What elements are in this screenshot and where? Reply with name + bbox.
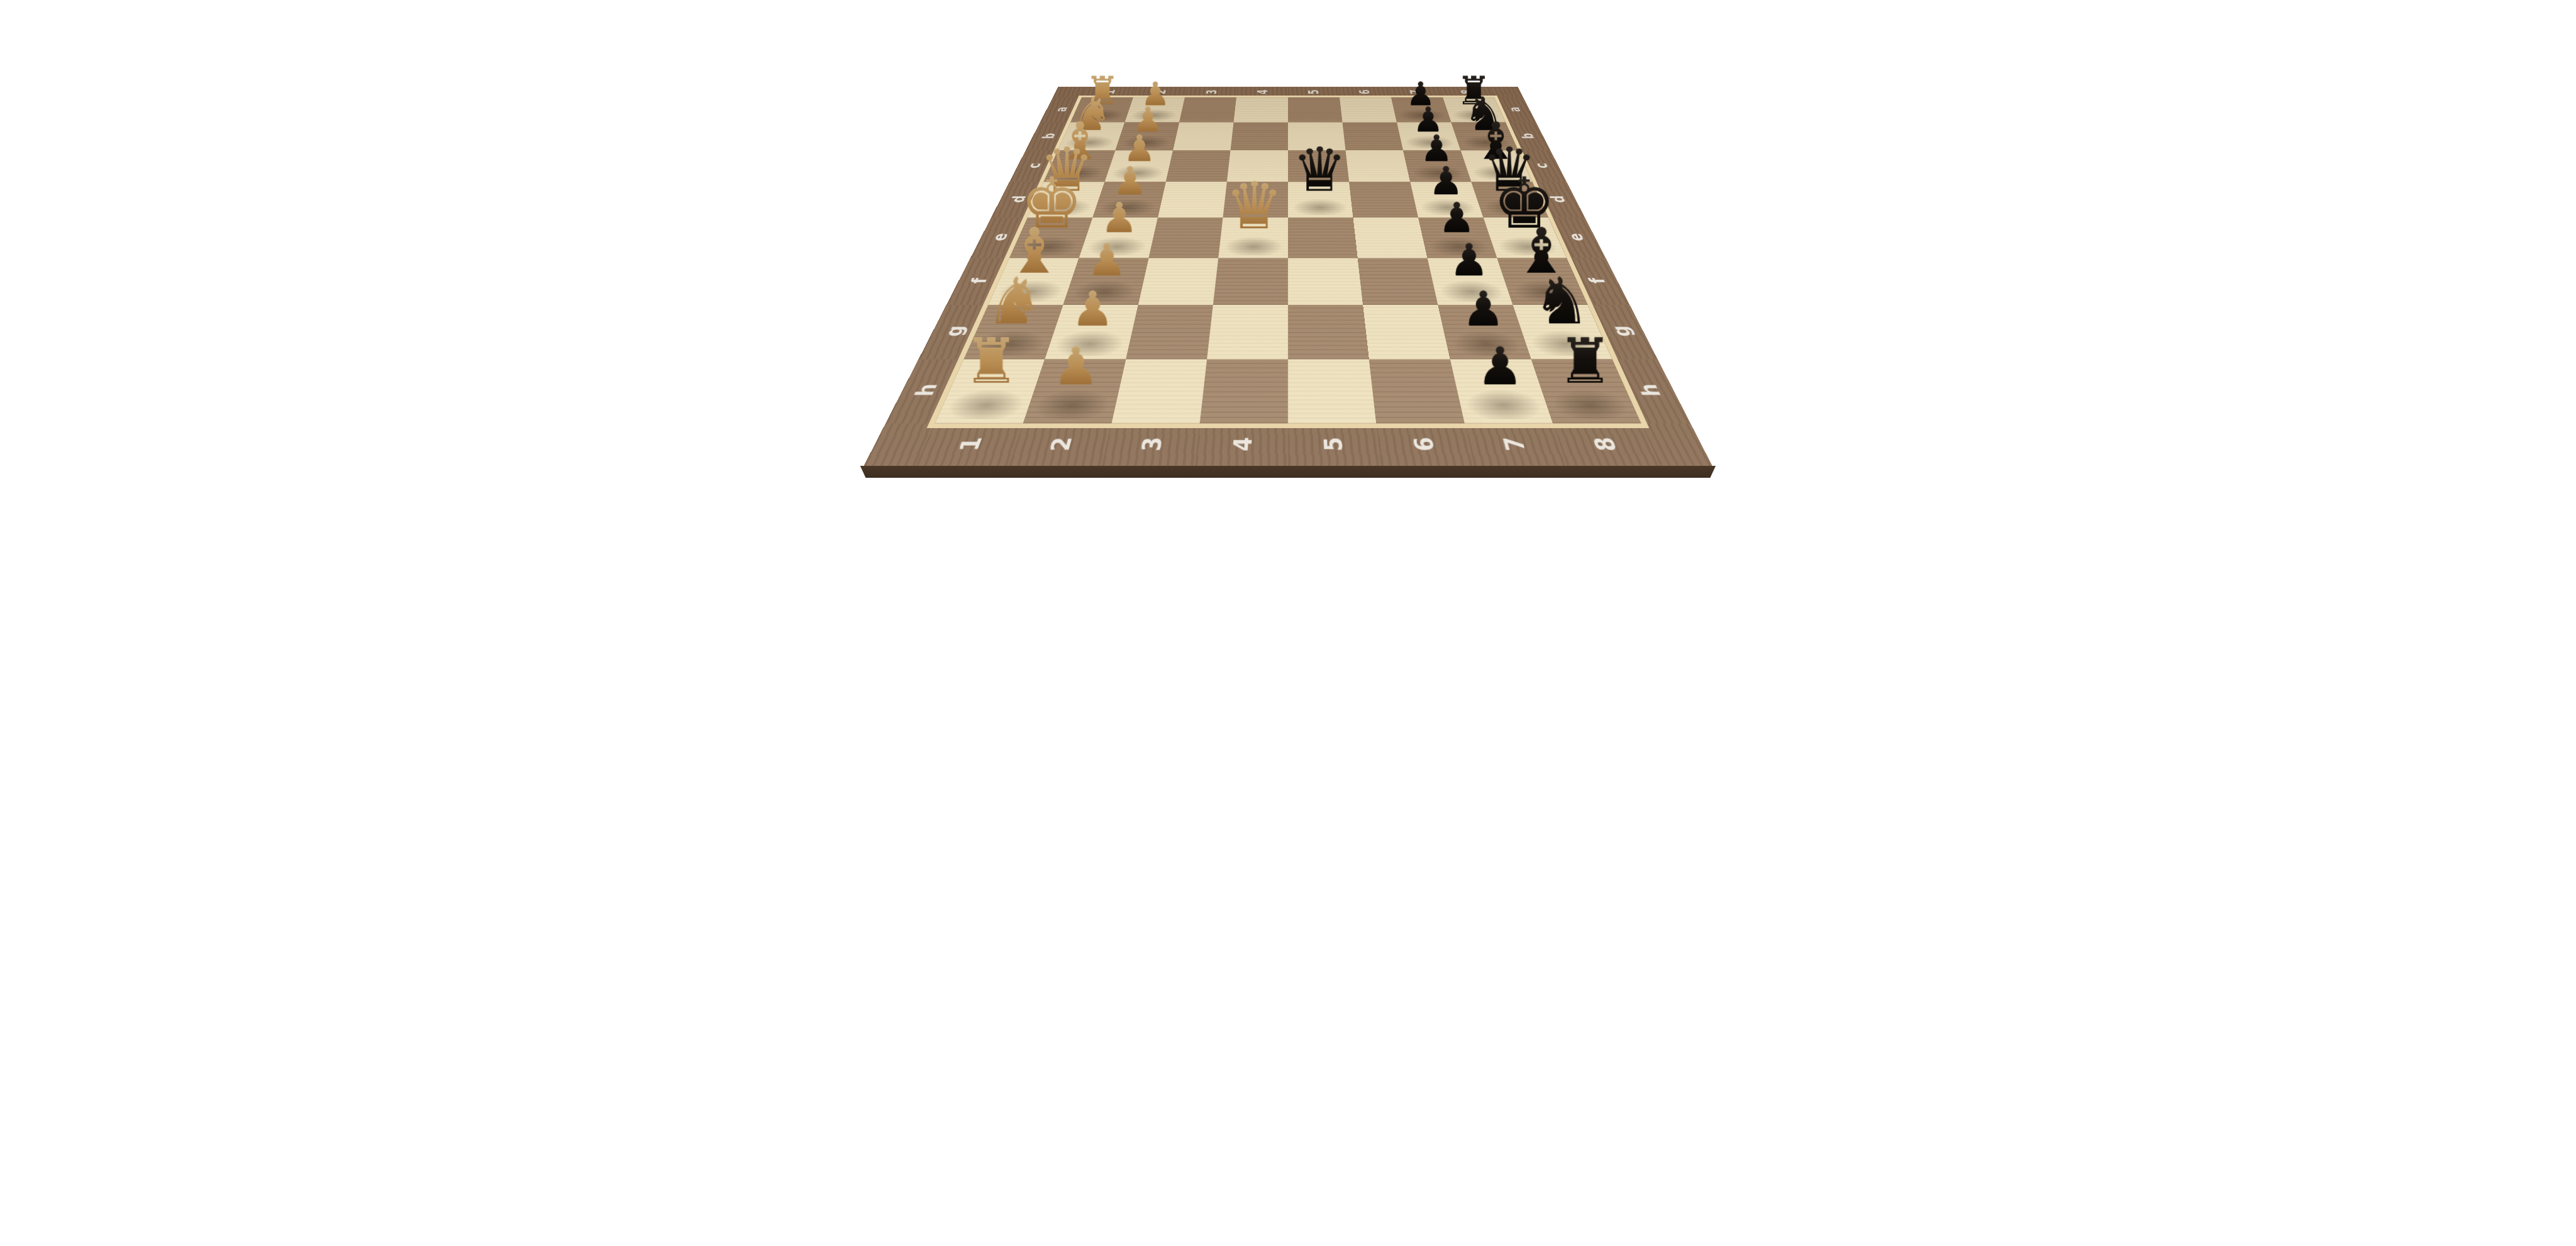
white-rook-h1[interactable]: ♜ [963, 330, 1019, 392]
white-pawn-h2[interactable]: ♟ [1053, 340, 1099, 392]
square-b3[interactable] [1173, 122, 1234, 150]
square-d6[interactable] [1349, 182, 1418, 218]
white-pawn-g2[interactable]: ♟ [1071, 285, 1114, 333]
square-h3[interactable] [1111, 359, 1207, 423]
square-d3[interactable] [1158, 182, 1227, 218]
right-border-file-h-label: h [1633, 383, 1667, 396]
square-h6[interactable] [1369, 359, 1465, 423]
near-border-rank-2-label: 2 [1045, 437, 1079, 451]
square-h5[interactable] [1288, 359, 1376, 423]
piece-shadow [942, 389, 1030, 419]
far-border-rank-4-label: 4 [1254, 89, 1271, 94]
black-queen-d5[interactable]: ♛ [1292, 140, 1347, 201]
square-f4[interactable] [1213, 258, 1288, 304]
far-border-rank-6-label: 6 [1356, 89, 1374, 94]
black-pawn-e7[interactable]: ♟ [1438, 197, 1475, 238]
near-border-rank-4: 4 [1195, 423, 1288, 466]
square-g3[interactable] [1126, 305, 1213, 360]
square-g4[interactable] [1207, 305, 1288, 360]
square-f6[interactable] [1358, 258, 1438, 304]
near-border-rank-6-label: 6 [1408, 437, 1440, 451]
square-b6[interactable] [1343, 122, 1404, 150]
square-b4[interactable] [1230, 122, 1288, 150]
square-f3[interactable] [1138, 258, 1219, 304]
near-border-rank-7-label: 7 [1498, 437, 1532, 451]
black-pawn-f7[interactable]: ♟ [1449, 238, 1489, 282]
square-h4[interactable] [1200, 359, 1288, 423]
far-border-rank-3-label: 3 [1202, 89, 1220, 94]
near-border-rank-7: 7 [1465, 423, 1567, 466]
square-a6[interactable] [1340, 97, 1397, 122]
near-border-rank-2: 2 [1009, 423, 1111, 466]
black-knight-g8[interactable]: ♞ [1533, 268, 1591, 333]
near-border-rank-5: 5 [1288, 423, 1381, 466]
square-e5[interactable] [1288, 218, 1358, 258]
square-e4[interactable]: ♛ [1218, 218, 1288, 258]
square-c6[interactable] [1346, 150, 1411, 182]
square-g5[interactable] [1288, 305, 1369, 360]
piece-shadow [1546, 389, 1635, 419]
black-pawn-h7[interactable]: ♟ [1477, 340, 1523, 392]
square-c3[interactable] [1166, 150, 1231, 182]
square-e3[interactable] [1148, 218, 1223, 258]
near-border-rank-5-label: 5 [1318, 437, 1348, 451]
square-f5[interactable] [1288, 258, 1363, 304]
far-border-rank-5: 5 [1288, 87, 1340, 97]
near-border-rank-6: 6 [1376, 423, 1474, 466]
black-pawn-g7[interactable]: ♟ [1462, 285, 1505, 333]
black-rook-h8[interactable]: ♜ [1557, 330, 1613, 392]
far-border-rank-5-label: 5 [1305, 89, 1322, 94]
white-queen-e4[interactable]: ♛ [1225, 174, 1284, 238]
piece-shadow [1030, 389, 1114, 419]
near-border-rank-8-label: 8 [1588, 437, 1623, 451]
piece-shadow [1462, 389, 1546, 419]
far-border-rank-3: 3 [1185, 87, 1238, 97]
white-pawn-f2[interactable]: ♟ [1087, 238, 1127, 282]
piece-shadow [1223, 236, 1284, 255]
square-a3[interactable] [1179, 97, 1236, 122]
square-a5[interactable] [1288, 97, 1343, 122]
near-border-rank-1: 1 [916, 423, 1023, 466]
photo-stage: 12345678a♜♟♟♜ab♞♟♟♞bc♝♟♟♝cd♛♟♛♟♛de♚♟♛♟♚e… [795, 0, 1781, 478]
square-e6[interactable] [1353, 218, 1428, 258]
chessboard: 12345678a♜♟♟♜ab♞♟♟♞bc♝♟♟♝cd♛♟♛♟♛de♚♟♛♟♚e… [863, 87, 1712, 466]
near-border-rank-4-label: 4 [1228, 437, 1258, 451]
far-border-rank-4: 4 [1236, 87, 1288, 97]
square-a4[interactable] [1233, 97, 1288, 122]
white-knight-g1[interactable]: ♞ [985, 268, 1043, 333]
square-g6[interactable] [1363, 305, 1450, 360]
perspective-scene: 12345678a♜♟♟♜ab♞♟♟♞bc♝♟♟♝cd♛♟♛♟♛de♚♟♛♟♚e… [795, 0, 1781, 478]
square-d5[interactable]: ♛ [1288, 182, 1353, 218]
near-border-rank-3: 3 [1102, 423, 1200, 466]
near-border-rank-3-label: 3 [1136, 437, 1168, 451]
piece-shadow [1292, 198, 1349, 215]
far-border-rank-6: 6 [1338, 87, 1391, 97]
white-pawn-e2[interactable]: ♟ [1101, 197, 1138, 238]
near-border-rank-1-label: 1 [953, 437, 988, 451]
left-border-file-h-label: h [909, 383, 943, 396]
